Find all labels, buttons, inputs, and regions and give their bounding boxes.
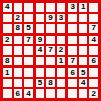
box-r2c2: 94721 xyxy=(36,36,66,66)
cell-r6c1[interactable]: 8 xyxy=(3,57,12,66)
cell-r6c5[interactable] xyxy=(46,57,55,66)
cell-r8c9[interactable] xyxy=(89,79,98,88)
given-digit: 6 xyxy=(70,69,74,77)
cell-r8c4[interactable]: 5 xyxy=(36,79,45,88)
cell-r1c8[interactable]: 1 xyxy=(79,3,88,12)
cell-r3c9[interactable]: 7 xyxy=(89,24,98,33)
cell-r2c4[interactable] xyxy=(36,14,45,23)
cell-r3c5[interactable] xyxy=(46,24,55,33)
cell-r2c6[interactable]: 3 xyxy=(57,14,66,23)
given-digit: 4 xyxy=(91,36,95,44)
cell-r2c2[interactable]: 2 xyxy=(14,14,23,23)
cell-r9c7[interactable] xyxy=(68,89,77,98)
given-digit: 8 xyxy=(5,57,9,65)
given-digit: 1 xyxy=(59,57,63,65)
given-digit: 7 xyxy=(48,46,52,54)
given-digit: 2 xyxy=(5,36,9,44)
box-r2c3: 476 xyxy=(68,36,98,66)
cell-r9c5[interactable] xyxy=(46,89,55,98)
cell-r6c8[interactable] xyxy=(79,57,88,66)
cell-r2c3[interactable] xyxy=(24,14,33,23)
cell-r6c2[interactable] xyxy=(14,57,23,66)
given-digit: 3 xyxy=(70,3,74,11)
box-r3c3: 6542 xyxy=(68,68,98,98)
given-digit: 5 xyxy=(26,24,30,32)
cell-r8c1[interactable] xyxy=(3,79,12,88)
cell-r2c8[interactable] xyxy=(79,14,88,23)
cell-r7c3[interactable] xyxy=(24,68,33,77)
cell-r1c2[interactable] xyxy=(14,3,23,12)
cell-r4c4[interactable]: 9 xyxy=(36,36,45,45)
cell-r1c3[interactable] xyxy=(24,3,33,12)
cell-r8c7[interactable] xyxy=(68,79,77,88)
cell-r3c8[interactable] xyxy=(79,24,88,33)
given-digit: 4 xyxy=(81,79,85,87)
given-digit: 9 xyxy=(38,36,42,44)
box-r2c1: 278 xyxy=(3,36,33,66)
cell-r4c2[interactable] xyxy=(14,36,23,45)
cell-r3c7[interactable] xyxy=(68,24,77,33)
given-digit: 4 xyxy=(5,3,9,11)
cell-r8c3[interactable] xyxy=(24,79,33,88)
box-r3c1: 164 xyxy=(3,68,33,98)
cell-r6c6[interactable]: 1 xyxy=(57,57,66,66)
cell-r2c1[interactable] xyxy=(3,14,12,23)
cell-r4c3[interactable]: 7 xyxy=(24,36,33,45)
cell-r4c5[interactable] xyxy=(46,36,55,45)
given-digit: 3 xyxy=(59,14,63,22)
cell-r5c9[interactable] xyxy=(89,46,98,55)
given-digit: 5 xyxy=(81,69,85,77)
cell-r1c1[interactable]: 4 xyxy=(3,3,12,12)
given-digit: 7 xyxy=(26,36,30,44)
cell-r4c1[interactable]: 2 xyxy=(3,36,12,45)
given-digit: 8 xyxy=(48,79,52,87)
cell-r8c2[interactable] xyxy=(14,79,23,88)
cell-r9c4[interactable] xyxy=(36,89,45,98)
box-r1c1: 4285 xyxy=(3,3,33,33)
cell-r7c6[interactable] xyxy=(57,68,66,77)
given-digit: 2 xyxy=(16,14,20,22)
given-digit: 4 xyxy=(38,46,42,54)
box-r1c2: 93 xyxy=(36,3,66,33)
cell-r4c8[interactable] xyxy=(79,36,88,45)
cell-r3c6[interactable] xyxy=(57,24,66,33)
cell-r5c2[interactable] xyxy=(14,46,23,55)
cell-r6c3[interactable] xyxy=(24,57,33,66)
box-r3c2: 58 xyxy=(36,68,66,98)
box-r1c3: 317 xyxy=(68,3,98,33)
cell-r2c9[interactable] xyxy=(89,14,98,23)
cell-r7c7[interactable]: 6 xyxy=(68,68,77,77)
cell-r2c5[interactable]: 9 xyxy=(46,14,55,23)
given-digit: 1 xyxy=(5,69,9,77)
cell-r1c4[interactable] xyxy=(36,3,45,12)
given-digit: 6 xyxy=(16,90,20,98)
given-digit: 6 xyxy=(91,57,95,65)
given-digit: 2 xyxy=(91,90,95,98)
given-digit: 7 xyxy=(91,24,95,32)
cell-r5c1[interactable] xyxy=(3,46,12,55)
cell-r9c6[interactable] xyxy=(57,89,66,98)
cell-r7c8[interactable]: 5 xyxy=(79,68,88,77)
given-digit: 4 xyxy=(26,90,30,98)
cell-r2c7[interactable] xyxy=(68,14,77,23)
cell-r1c9[interactable] xyxy=(89,3,98,12)
cell-r8c6[interactable] xyxy=(57,79,66,88)
cell-r4c7[interactable] xyxy=(68,36,77,45)
cell-r3c1[interactable] xyxy=(3,24,12,33)
cell-r7c9[interactable] xyxy=(89,68,98,77)
cell-r1c5[interactable] xyxy=(46,3,55,12)
cell-r9c3[interactable]: 4 xyxy=(24,89,33,98)
sudoku-board: 42859331727894721476164586542 xyxy=(0,0,101,101)
given-digit: 1 xyxy=(81,3,85,11)
cell-r1c6[interactable] xyxy=(57,3,66,12)
cell-r5c3[interactable] xyxy=(24,46,33,55)
cell-r7c4[interactable] xyxy=(36,68,45,77)
cell-r7c2[interactable] xyxy=(14,68,23,77)
cell-r4c6[interactable] xyxy=(57,36,66,45)
cell-r5c7[interactable] xyxy=(68,46,77,55)
cell-r9c1[interactable] xyxy=(3,89,12,98)
given-digit: 5 xyxy=(38,79,42,87)
cell-r5c4[interactable]: 4 xyxy=(36,46,45,55)
given-digit: 2 xyxy=(59,46,63,54)
cell-r5c8[interactable] xyxy=(79,46,88,55)
cell-r9c2[interactable]: 6 xyxy=(14,89,23,98)
cell-r9c8[interactable] xyxy=(79,89,88,98)
given-digit: 9 xyxy=(48,14,52,22)
cell-r3c2[interactable]: 8 xyxy=(14,24,23,33)
cell-r5c6[interactable]: 2 xyxy=(57,46,66,55)
given-digit: 7 xyxy=(70,57,74,65)
cell-r1c7[interactable]: 3 xyxy=(68,3,77,12)
cell-r3c3[interactable]: 5 xyxy=(24,24,33,33)
cell-r6c4[interactable] xyxy=(36,57,45,66)
cell-r8c5[interactable]: 8 xyxy=(46,79,55,88)
cell-r5c5[interactable]: 7 xyxy=(46,46,55,55)
cell-r3c4[interactable] xyxy=(36,24,45,33)
cell-r8c8[interactable]: 4 xyxy=(79,79,88,88)
cell-r4c9[interactable]: 4 xyxy=(89,36,98,45)
cell-r6c7[interactable]: 7 xyxy=(68,57,77,66)
cell-r6c9[interactable]: 6 xyxy=(89,57,98,66)
cell-r7c1[interactable]: 1 xyxy=(3,68,12,77)
cell-r9c9[interactable]: 2 xyxy=(89,89,98,98)
cell-r7c5[interactable] xyxy=(46,68,55,77)
given-digit: 8 xyxy=(16,24,20,32)
